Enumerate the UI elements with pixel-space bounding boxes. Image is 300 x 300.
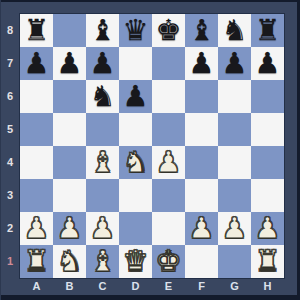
square-d8[interactable]: ♛: [119, 14, 152, 47]
piece-white-pawn-c2[interactable]: ♟: [90, 212, 116, 245]
square-a7[interactable]: ♟: [20, 47, 53, 80]
piece-white-king-e1[interactable]: ♚: [156, 245, 182, 278]
square-f4[interactable]: [185, 146, 218, 179]
square-e2[interactable]: [152, 212, 185, 245]
piece-black-pawn-f7[interactable]: ♟: [189, 47, 215, 80]
piece-black-queen-d8[interactable]: ♛: [123, 14, 149, 47]
piece-black-king-e8[interactable]: ♚: [156, 14, 182, 47]
file-label-h: H: [251, 278, 284, 295]
square-f2[interactable]: ♟: [185, 212, 218, 245]
rank-label-6: 6: [0, 80, 20, 113]
square-a3[interactable]: [20, 179, 53, 212]
piece-white-bishop-c4[interactable]: ♝: [90, 146, 116, 179]
square-b3[interactable]: [53, 179, 86, 212]
square-d1[interactable]: ♛: [119, 245, 152, 278]
square-h2[interactable]: ♟: [251, 212, 284, 245]
piece-black-knight-c6[interactable]: ♞: [90, 80, 116, 113]
piece-white-pawn-a2[interactable]: ♟: [24, 212, 50, 245]
square-a6[interactable]: [20, 80, 53, 113]
square-d4[interactable]: ♞: [119, 146, 152, 179]
piece-white-knight-b1[interactable]: ♞: [57, 245, 83, 278]
file-label-d: D: [119, 278, 152, 295]
square-h5[interactable]: [251, 113, 284, 146]
square-g6[interactable]: [218, 80, 251, 113]
piece-black-pawn-a7[interactable]: ♟: [24, 47, 50, 80]
square-g8[interactable]: ♞: [218, 14, 251, 47]
square-h7[interactable]: ♟: [251, 47, 284, 80]
square-g1[interactable]: [218, 245, 251, 278]
rank-label-1: 1: [0, 245, 20, 278]
square-g5[interactable]: [218, 113, 251, 146]
square-b4[interactable]: [53, 146, 86, 179]
piece-white-knight-d4[interactable]: ♞: [123, 146, 149, 179]
file-label-a: A: [20, 278, 53, 295]
rank-label-2: 2: [0, 212, 20, 245]
square-c4[interactable]: ♝: [86, 146, 119, 179]
square-c6[interactable]: ♞: [86, 80, 119, 113]
square-e4[interactable]: ♟: [152, 146, 185, 179]
square-f5[interactable]: [185, 113, 218, 146]
square-b5[interactable]: [53, 113, 86, 146]
rank-label-4: 4: [0, 146, 20, 179]
square-a2[interactable]: ♟: [20, 212, 53, 245]
square-d6[interactable]: ♟: [119, 80, 152, 113]
square-h6[interactable]: [251, 80, 284, 113]
rank-label-7: 7: [0, 47, 20, 80]
square-b6[interactable]: [53, 80, 86, 113]
piece-white-queen-d1[interactable]: ♛: [123, 245, 149, 278]
piece-white-bishop-c1[interactable]: ♝: [90, 245, 116, 278]
square-d5[interactable]: [119, 113, 152, 146]
frame-edge-right: [297, 0, 300, 300]
frame-edge-top: [0, 0, 300, 2]
piece-black-bishop-f8[interactable]: ♝: [189, 14, 215, 47]
square-e3[interactable]: [152, 179, 185, 212]
square-b2[interactable]: ♟: [53, 212, 86, 245]
square-d2[interactable]: [119, 212, 152, 245]
frame-edge-bottom: [0, 295, 300, 300]
square-g3[interactable]: [218, 179, 251, 212]
rank-label-8: 8: [0, 14, 20, 47]
rank-label-3: 3: [0, 179, 20, 212]
square-c1[interactable]: ♝: [86, 245, 119, 278]
file-label-b: B: [53, 278, 86, 295]
piece-black-pawn-g7[interactable]: ♟: [222, 47, 248, 80]
piece-black-pawn-c7[interactable]: ♟: [90, 47, 116, 80]
square-b7[interactable]: ♟: [53, 47, 86, 80]
chess-board: ♜♝♛♚♝♞♜♟♟♟♟♟♟♞♟♝♞♟♟♟♟♟♟♟♜♞♝♛♚♜: [20, 14, 284, 278]
square-c7[interactable]: ♟: [86, 47, 119, 80]
file-labels: ABCDEFGH: [20, 278, 284, 295]
file-label-f: F: [185, 278, 218, 295]
piece-white-pawn-b2[interactable]: ♟: [57, 212, 83, 245]
square-a8[interactable]: ♜: [20, 14, 53, 47]
piece-white-pawn-e4[interactable]: ♟: [156, 146, 182, 179]
file-label-c: C: [86, 278, 119, 295]
square-c2[interactable]: ♟: [86, 212, 119, 245]
square-d7[interactable]: [119, 47, 152, 80]
square-g7[interactable]: ♟: [218, 47, 251, 80]
square-c5[interactable]: [86, 113, 119, 146]
rank-labels: 87654321: [0, 14, 20, 278]
chess-diagram: 87654321 ♜♝♛♚♝♞♜♟♟♟♟♟♟♞♟♝♞♟♟♟♟♟♟♟♜♞♝♛♚♜ …: [0, 0, 300, 300]
square-c3[interactable]: [86, 179, 119, 212]
piece-black-pawn-d6[interactable]: ♟: [123, 80, 149, 113]
square-f6[interactable]: [185, 80, 218, 113]
piece-black-pawn-b7[interactable]: ♟: [57, 47, 83, 80]
square-g4[interactable]: [218, 146, 251, 179]
piece-white-rook-a1[interactable]: ♜: [24, 245, 50, 278]
rank-label-5: 5: [0, 113, 20, 146]
piece-black-knight-g8[interactable]: ♞: [222, 14, 248, 47]
piece-white-pawn-h2[interactable]: ♟: [255, 212, 281, 245]
square-a4[interactable]: [20, 146, 53, 179]
square-e8[interactable]: ♚: [152, 14, 185, 47]
piece-black-rook-a8[interactable]: ♜: [24, 14, 50, 47]
piece-white-rook-h1[interactable]: ♜: [255, 245, 281, 278]
square-b1[interactable]: ♞: [53, 245, 86, 278]
square-g2[interactable]: ♟: [218, 212, 251, 245]
square-f8[interactable]: ♝: [185, 14, 218, 47]
piece-white-pawn-g2[interactable]: ♟: [222, 212, 248, 245]
square-e1[interactable]: ♚: [152, 245, 185, 278]
piece-black-bishop-c8[interactable]: ♝: [90, 14, 116, 47]
square-f1[interactable]: [185, 245, 218, 278]
square-h4[interactable]: [251, 146, 284, 179]
piece-black-pawn-h7[interactable]: ♟: [255, 47, 281, 80]
square-h1[interactable]: ♜: [251, 245, 284, 278]
piece-white-pawn-f2[interactable]: ♟: [189, 212, 215, 245]
square-a1[interactable]: ♜: [20, 245, 53, 278]
square-h8[interactable]: ♜: [251, 14, 284, 47]
square-f7[interactable]: ♟: [185, 47, 218, 80]
square-d3[interactable]: [119, 179, 152, 212]
square-e5[interactable]: [152, 113, 185, 146]
piece-black-rook-h8[interactable]: ♜: [255, 14, 281, 47]
square-c8[interactable]: ♝: [86, 14, 119, 47]
square-h3[interactable]: [251, 179, 284, 212]
square-e6[interactable]: [152, 80, 185, 113]
square-f3[interactable]: [185, 179, 218, 212]
file-label-g: G: [218, 278, 251, 295]
square-e7[interactable]: [152, 47, 185, 80]
file-label-e: E: [152, 278, 185, 295]
square-b8[interactable]: [53, 14, 86, 47]
square-a5[interactable]: [20, 113, 53, 146]
